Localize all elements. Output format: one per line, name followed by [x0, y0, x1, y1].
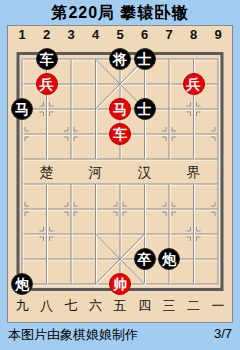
piece-red-pawn[interactable]: 兵	[183, 73, 205, 95]
piece-black-cannon[interactable]: 炮	[11, 273, 33, 295]
piece-red-horse[interactable]: 马	[109, 98, 131, 120]
piece-black-advisor[interactable]: 士	[134, 48, 156, 70]
file-label-bottom-2: 八	[40, 298, 53, 314]
page: 第220局 攀辕卧辙 楚河汉界 车将士兵兵马马士车卒炮炮帅 123456789九…	[0, 0, 240, 350]
file-label-bottom-6: 四	[138, 298, 151, 314]
file-label-bottom-4: 六	[89, 298, 102, 314]
file-label-bottom-1: 九	[16, 298, 29, 314]
file-label-bottom-7: 三	[163, 298, 176, 314]
file-label-top-8: 8	[190, 27, 197, 43]
page-indicator: 3/7	[214, 326, 232, 344]
file-label-top-3: 3	[67, 27, 74, 43]
footer: 本图片由象棋娘娘制作 3/7	[8, 326, 232, 344]
piece-black-pawn[interactable]: 卒	[134, 248, 156, 270]
piece-red-chariot[interactable]: 车	[109, 123, 131, 145]
file-label-bottom-5: 五	[114, 298, 127, 314]
piece-red-general[interactable]: 帅	[109, 273, 131, 295]
file-label-top-7: 7	[165, 27, 172, 43]
board-panel: 楚河汉界 车将士兵兵马马士车卒炮炮帅 123456789九八七六五四三二一	[8, 26, 232, 322]
piece-black-chariot[interactable]: 车	[36, 48, 58, 70]
file-label-top-5: 5	[116, 27, 123, 43]
file-label-bottom-8: 二	[187, 298, 200, 314]
file-label-top-6: 6	[141, 27, 148, 43]
file-label-top-1: 1	[18, 27, 25, 43]
puzzle-title: 第220局 攀辕卧辙	[0, 3, 240, 24]
file-label-top-4: 4	[92, 27, 99, 43]
piece-black-advisor[interactable]: 士	[134, 98, 156, 120]
piece-black-horse[interactable]: 马	[11, 98, 33, 120]
piece-black-cannon[interactable]: 炮	[158, 248, 180, 270]
piece-black-general[interactable]: 将	[109, 48, 131, 70]
file-label-top-2: 2	[43, 27, 50, 43]
file-label-bottom-9: 一	[212, 298, 225, 314]
piece-red-pawn[interactable]: 兵	[36, 73, 58, 95]
pieces-layer: 车将士兵兵马马士车卒炮炮帅	[8, 26, 232, 322]
file-label-bottom-3: 七	[65, 298, 78, 314]
credit-text: 本图片由象棋娘娘制作	[8, 326, 138, 344]
file-label-top-9: 9	[214, 27, 221, 43]
